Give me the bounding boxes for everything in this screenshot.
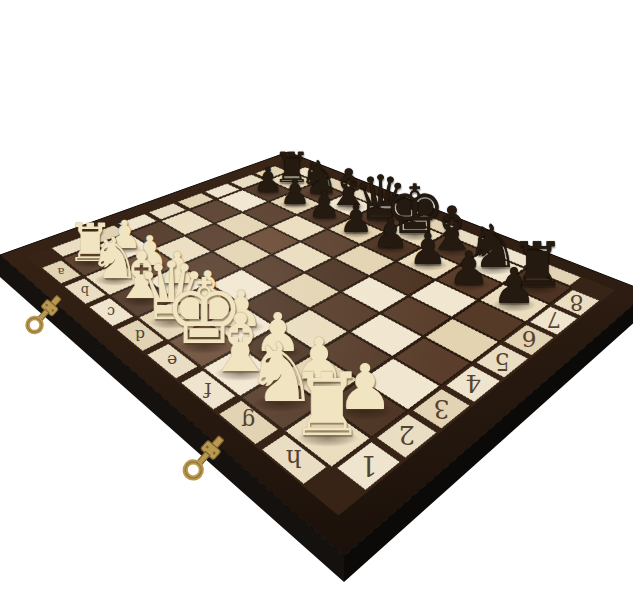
coord-rank-7: 7: [547, 307, 561, 333]
coord-rank-6: 6: [522, 326, 537, 353]
piece-white-rook-h1[interactable]: ♜: [271, 360, 384, 452]
piece-black-pawn-h7[interactable]: ♟: [482, 261, 546, 313]
coord-rank-3: 3: [433, 394, 449, 423]
product-photo: a8b7c6d5e4f3g2h1 ♜♞♝♛♚♝♞♜♟♟♟♟♟♟♟♟♟♟♟♟♟♟♟…: [0, 0, 633, 600]
coord-rank-2: 2: [398, 420, 415, 450]
coord-rank-4: 4: [465, 369, 481, 398]
coord-rank-5: 5: [495, 347, 510, 375]
